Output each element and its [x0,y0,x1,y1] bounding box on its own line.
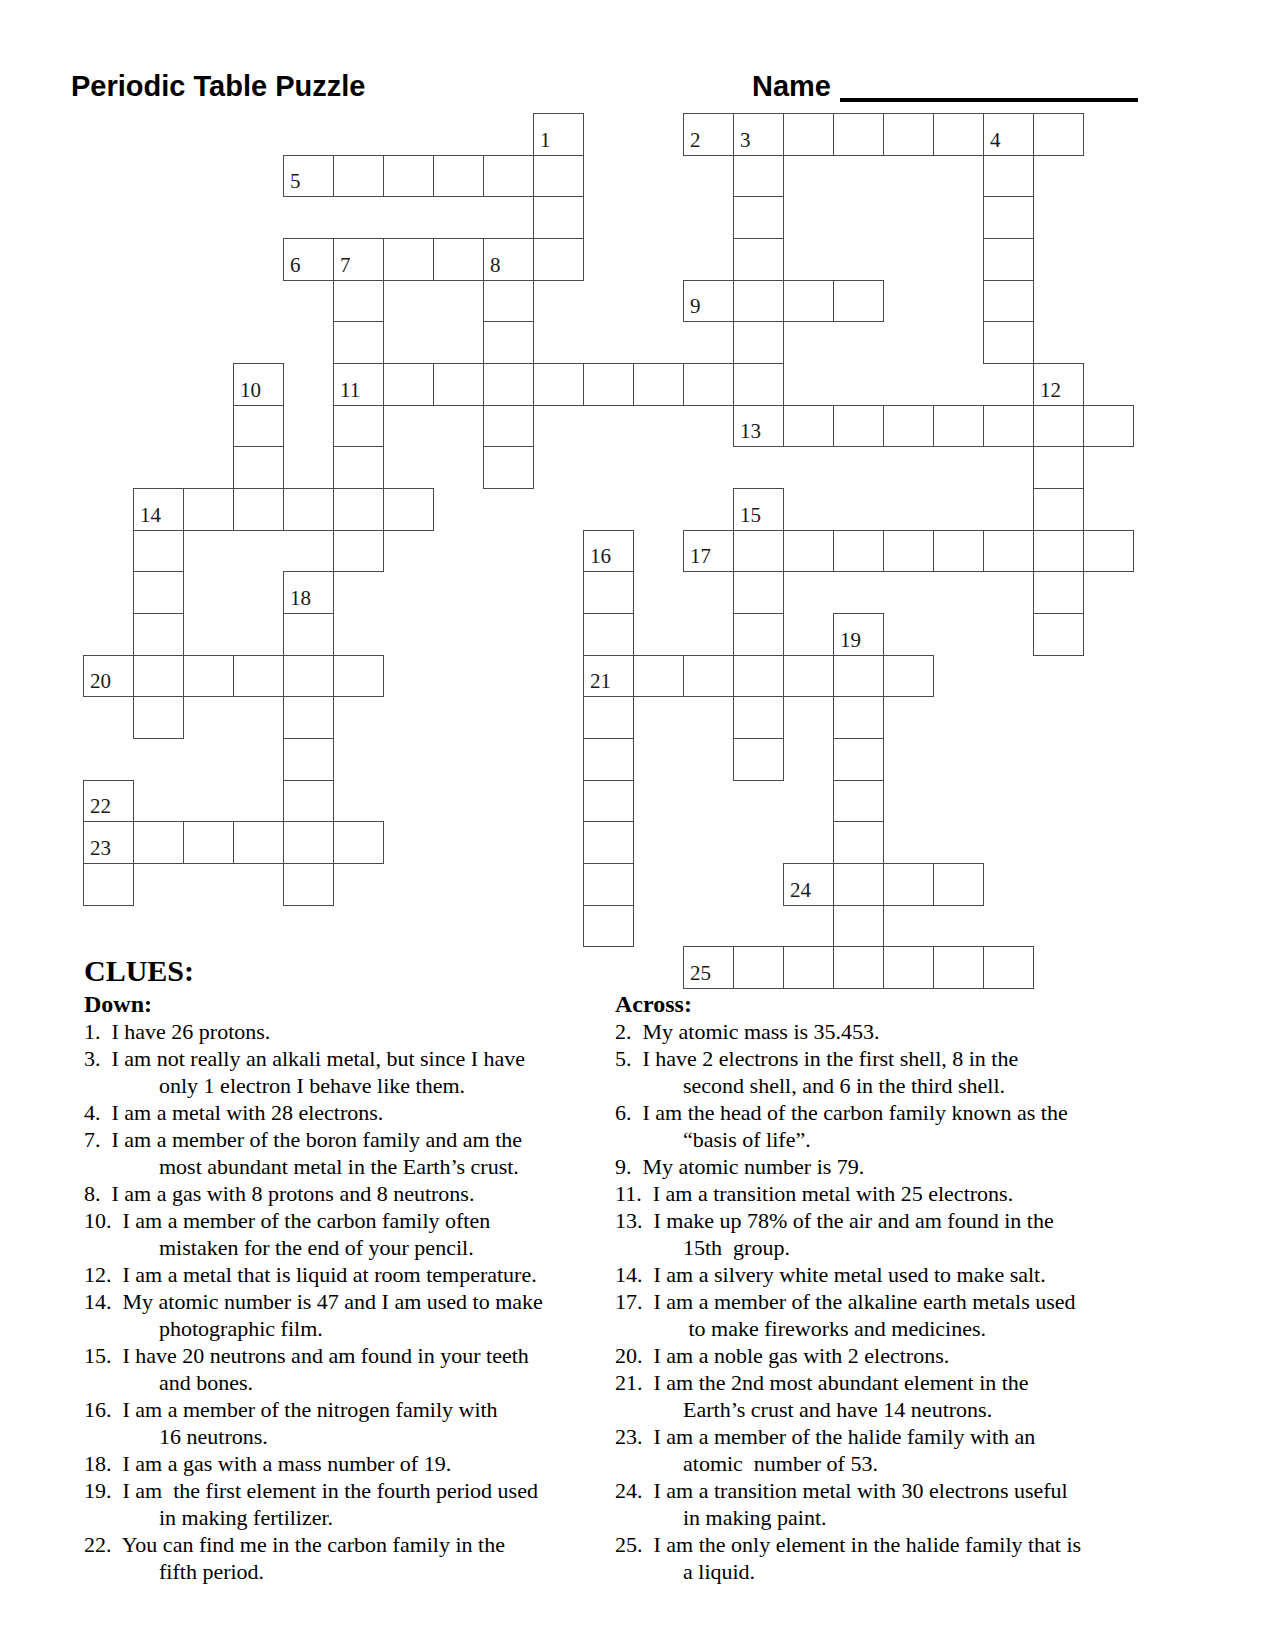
grid-cell-r12c4[interactable] [283,613,334,656]
grid-cell-r13c10[interactable] [583,655,634,697]
clue-line: 3. I am not really an alkali metal, but … [84,1045,609,1072]
grid-cell-r0c17[interactable] [933,113,984,156]
clue-line: 20. I am a noble gas with 2 electrons. [615,1342,1205,1369]
grid-cell-r20c15[interactable] [833,946,884,989]
grid-cell-r3c9[interactable] [533,238,584,281]
grid-cell-r6c9[interactable] [533,363,584,406]
grid-cell-r18c14[interactable] [783,863,834,906]
grid-cell-r6c12[interactable] [683,363,734,406]
grid-cell-r10c10[interactable] [583,530,634,572]
grid-cell-r9c4[interactable] [283,488,334,531]
grid-cell-r6c5[interactable] [333,363,384,406]
grid-cell-r3c5[interactable] [333,238,384,281]
grid-cell-r19c15[interactable] [833,905,884,947]
grid-cell-r16c0[interactable] [83,780,134,822]
grid-cell-r12c1[interactable] [133,613,184,656]
grid-cell-r1c13[interactable] [733,155,784,197]
grid-cell-r7c17[interactable] [933,405,984,447]
grid-cell-r4c18[interactable] [983,280,1034,322]
grid-cell-r14c10[interactable] [583,696,634,739]
grid-cell-r20c14[interactable] [783,946,834,989]
clue-line: in making paint. [615,1504,1205,1531]
clue-line: 19. I am the first element in the fourth… [84,1477,609,1504]
grid-cell-r0c16[interactable] [883,113,934,156]
grid-cell-r13c11[interactable] [633,655,684,697]
grid-cell-r7c13[interactable] [733,405,784,447]
grid-cell-r4c12[interactable] [683,280,734,322]
crossword-grid: 1234567891011121314151617181920212223242… [83,113,1135,990]
grid-cell-r2c9[interactable] [533,196,584,239]
grid-cell-r17c1[interactable] [133,821,184,864]
page-title: Periodic Table Puzzle [71,70,365,103]
grid-cell-r3c18[interactable] [983,238,1034,281]
grid-cell-r10c19[interactable] [1033,530,1084,572]
grid-cell-r19c10[interactable] [583,905,634,947]
clue-line: 16. I am a member of the nitrogen family… [84,1396,609,1423]
grid-cell-r1c6[interactable] [383,155,434,197]
clue-line: 22. You can find me in the carbon family… [84,1531,609,1558]
grid-cell-r1c5[interactable] [333,155,384,197]
clue-line: 11. I am a transition metal with 25 elec… [615,1180,1205,1207]
grid-cell-r17c2[interactable] [183,821,234,864]
clue-line: 5. I have 2 electrons in the first shell… [615,1045,1205,1072]
clue-line: 23. I am a member of the halide family w… [615,1423,1205,1450]
clue-line: 14. My atomic number is 47 and I am used… [84,1288,609,1315]
grid-cell-r3c6[interactable] [383,238,434,281]
grid-cell-r3c13[interactable] [733,238,784,281]
grid-cell-r10c12[interactable] [683,530,734,572]
grid-cell-r13c15[interactable] [833,655,884,697]
grid-cell-r1c4[interactable] [283,155,334,197]
clue-line: 14. I am a silvery white metal used to m… [615,1261,1205,1288]
grid-cell-r11c10[interactable] [583,571,634,614]
grid-cell-r15c15[interactable] [833,738,884,781]
down-heading: Down: [84,991,609,1018]
grid-cell-r9c13[interactable] [733,488,784,531]
grid-cell-r20c13[interactable] [733,946,784,989]
grid-cell-r11c13[interactable] [733,571,784,614]
grid-cell-r14c15[interactable] [833,696,884,739]
grid-cell-r1c8[interactable] [483,155,534,197]
grid-cell-r4c15[interactable] [833,280,884,322]
clue-line: 7. I am a member of the boron family and… [84,1126,609,1153]
clue-line: 4. I am a metal with 28 electrons. [84,1099,609,1126]
clue-line: 18. I am a gas with a mass number of 19. [84,1450,609,1477]
grid-cell-r0c9[interactable] [533,113,584,156]
grid-cell-r20c16[interactable] [883,946,934,989]
grid-cell-r17c5[interactable] [333,821,384,864]
grid-cell-r13c14[interactable] [783,655,834,697]
clue-line: 24. I am a transition metal with 30 elec… [615,1477,1205,1504]
grid-cell-r5c13[interactable] [733,321,784,364]
grid-cell-r12c13[interactable] [733,613,784,656]
grid-cell-r9c3[interactable] [233,488,284,531]
grid-cell-r3c4[interactable] [283,238,334,281]
clue-line: 1. I have 26 protons. [84,1018,609,1045]
grid-cell-r16c4[interactable] [283,780,334,822]
clue-line: fifth period. [84,1558,609,1585]
grid-cell-r2c18[interactable] [983,196,1034,239]
grid-cell-r9c6[interactable] [383,488,434,531]
grid-cell-r10c15[interactable] [833,530,884,572]
grid-cell-r18c17[interactable] [933,863,984,906]
clue-line: 9. My atomic number is 79. [615,1153,1205,1180]
clues-heading: CLUES: [84,954,194,988]
grid-cell-r13c13[interactable] [733,655,784,697]
grid-cell-r13c12[interactable] [683,655,734,697]
grid-cell-r3c7[interactable] [433,238,484,281]
grid-cell-r0c19[interactable] [1033,113,1084,156]
grid-cell-r18c16[interactable] [883,863,934,906]
clue-line: 15. I have 20 neutrons and am found in y… [84,1342,609,1369]
grid-cell-r12c15[interactable] [833,613,884,656]
grid-cell-r7c18[interactable] [983,405,1034,447]
clue-line: 25. I am the only element in the halide … [615,1531,1205,1558]
clue-line: mistaken for the end of your pencil. [84,1234,609,1261]
name-underline [840,98,1138,102]
grid-cell-r3c8[interactable] [483,238,534,281]
grid-cell-r17c4[interactable] [283,821,334,864]
grid-cell-r16c15[interactable] [833,780,884,822]
grid-cell-r17c3[interactable] [233,821,284,864]
grid-cell-r13c1[interactable] [133,655,184,697]
grid-cell-r13c2[interactable] [183,655,234,697]
grid-cell-r14c1[interactable] [133,696,184,739]
clue-line: “basis of life”. [615,1126,1205,1153]
clue-line: Earth’s crust and have 14 neutrons. [615,1396,1205,1423]
grid-cell-r10c20[interactable] [1083,530,1134,572]
clue-line: only 1 electron I behave like them. [84,1072,609,1099]
grid-cell-r13c0[interactable] [83,655,134,697]
grid-cell-r11c1[interactable] [133,571,184,614]
grid-cell-r18c0[interactable] [83,863,134,906]
grid-cell-r10c5[interactable] [333,530,384,572]
grid-cell-r10c18[interactable] [983,530,1034,572]
name-label: Name [752,70,831,103]
grid-cell-r13c5[interactable] [333,655,384,697]
clue-line: 17. I am a member of the alkaline earth … [615,1288,1205,1315]
grid-cell-r0c14[interactable] [783,113,834,156]
across-heading: Across: [615,991,1205,1018]
clue-line: 15th group. [615,1234,1205,1261]
grid-cell-r9c2[interactable] [183,488,234,531]
grid-cell-r18c10[interactable] [583,863,634,906]
grid-cell-r8c5[interactable] [333,446,384,489]
clue-line: 13. I make up 78% of the air and am foun… [615,1207,1205,1234]
grid-cell-r16c10[interactable] [583,780,634,822]
clue-line: second shell, and 6 in the third shell. [615,1072,1205,1099]
grid-cell-r20c18[interactable] [983,946,1034,989]
grid-cell-r15c4[interactable] [283,738,334,781]
grid-cell-r7c16[interactable] [883,405,934,447]
grid-cell-r0c15[interactable] [833,113,884,156]
clue-line: 6. I am the head of the carbon family kn… [615,1099,1205,1126]
clue-line: to make fireworks and medicines. [615,1315,1205,1342]
grid-cell-r11c4[interactable] [283,571,334,614]
grid-cell-r7c14[interactable] [783,405,834,447]
grid-cell-r14c4[interactable] [283,696,334,739]
grid-cell-r7c5[interactable] [333,405,384,447]
grid-cell-r6c6[interactable] [383,363,434,406]
grid-cell-r5c8[interactable] [483,321,534,364]
grid-cell-r6c13[interactable] [733,363,784,406]
grid-cell-r13c3[interactable] [233,655,284,697]
clue-line: atomic number of 53. [615,1450,1205,1477]
grid-cell-r9c5[interactable] [333,488,384,531]
grid-cell-r7c15[interactable] [833,405,884,447]
clue-line: in making fertilizer. [84,1504,609,1531]
grid-cell-r17c15[interactable] [833,821,884,864]
grid-cell-r8c8[interactable] [483,446,534,489]
grid-cell-r8c19[interactable] [1033,446,1084,489]
grid-cell-r6c7[interactable] [433,363,484,406]
clue-line: photographic film. [84,1315,609,1342]
clue-line: 8. I am a gas with 8 protons and 8 neutr… [84,1180,609,1207]
grid-cell-r13c16[interactable] [883,655,934,697]
grid-cell-r7c3[interactable] [233,405,284,447]
grid-cell-r9c19[interactable] [1033,488,1084,531]
grid-cell-r17c0[interactable] [83,821,134,864]
grid-cell-r0c13[interactable] [733,113,784,156]
grid-cell-r1c18[interactable] [983,155,1034,197]
grid-cell-r0c18[interactable] [983,113,1034,156]
grid-cell-r18c15[interactable] [833,863,884,906]
clue-line: a liquid. [615,1558,1205,1585]
grid-cell-r5c5[interactable] [333,321,384,364]
grid-cell-r6c8[interactable] [483,363,534,406]
grid-cell-r20c17[interactable] [933,946,984,989]
grid-cell-r0c12[interactable] [683,113,734,156]
clue-line: 2. My atomic mass is 35.453. [615,1018,1205,1045]
grid-cell-r1c9[interactable] [533,155,584,197]
grid-cell-r15c13[interactable] [733,738,784,781]
grid-cell-r10c17[interactable] [933,530,984,572]
grid-cell-r17c10[interactable] [583,821,634,864]
grid-cell-r4c5[interactable] [333,280,384,322]
grid-cell-r6c19[interactable] [1033,363,1084,406]
grid-cell-r10c13[interactable] [733,530,784,572]
grid-cell-r10c1[interactable] [133,530,184,572]
grid-cell-r6c3[interactable] [233,363,284,406]
grid-cell-r7c20[interactable] [1083,405,1134,447]
down-clues-column: Down: 1. I have 26 protons.3. I am not r… [84,991,609,1585]
grid-cell-r18c4[interactable] [283,863,334,906]
grid-cell-r20c12[interactable] [683,946,734,989]
clue-line: and bones. [84,1369,609,1396]
grid-cell-r6c11[interactable] [633,363,684,406]
grid-cell-r8c3[interactable] [233,446,284,489]
grid-cell-r13c4[interactable] [283,655,334,697]
across-clues-column: Across: 2. My atomic mass is 35.453.5. I… [615,991,1205,1585]
grid-cell-r6c10[interactable] [583,363,634,406]
grid-cell-r7c19[interactable] [1033,405,1084,447]
clue-line: most abundant metal in the Earth’s crust… [84,1153,609,1180]
clue-line: 21. I am the 2nd most abundant element i… [615,1369,1205,1396]
grid-cell-r4c14[interactable] [783,280,834,322]
clue-line: 12. I am a metal that is liquid at room … [84,1261,609,1288]
grid-cell-r12c10[interactable] [583,613,634,656]
grid-cell-r15c10[interactable] [583,738,634,781]
grid-cell-r12c19[interactable] [1033,613,1084,656]
clue-line: 16 neutrons. [84,1423,609,1450]
grid-cell-r9c1[interactable] [133,488,184,531]
grid-cell-r4c8[interactable] [483,280,534,322]
grid-cell-r2c13[interactable] [733,196,784,239]
grid-cell-r7c8[interactable] [483,405,534,447]
grid-cell-r10c14[interactable] [783,530,834,572]
grid-cell-r1c7[interactable] [433,155,484,197]
grid-cell-r5c18[interactable] [983,321,1034,364]
grid-cell-r11c19[interactable] [1033,571,1084,614]
grid-cell-r4c13[interactable] [733,280,784,322]
grid-cell-r14c13[interactable] [733,696,784,739]
grid-cell-r10c16[interactable] [883,530,934,572]
clue-line: 10. I am a member of the carbon family o… [84,1207,609,1234]
